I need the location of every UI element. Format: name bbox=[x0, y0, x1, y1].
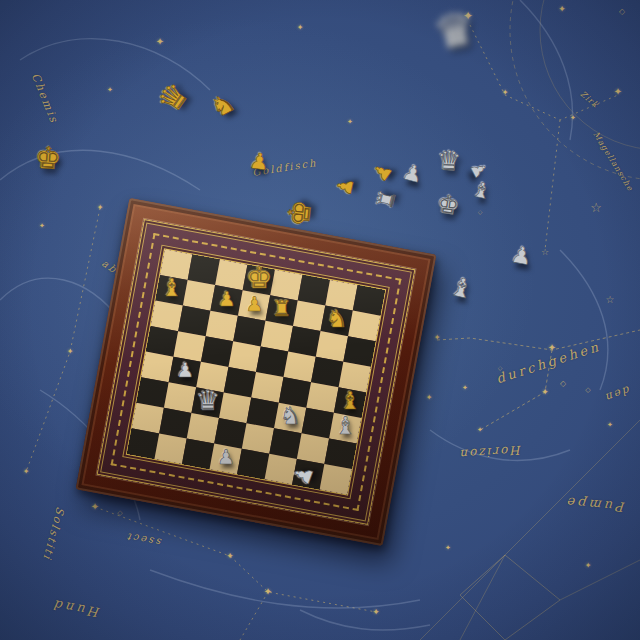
star-icon: ✦ bbox=[23, 468, 30, 476]
map-label-goldfisch: Goldfisch bbox=[252, 157, 319, 178]
star-icon: ✦ bbox=[39, 223, 45, 230]
star-icon: ✦ bbox=[347, 119, 353, 126]
photo-scene: GoldfischdurchgehenHorizondenPumpeHundSo… bbox=[0, 0, 640, 640]
map-label-horizon: Horizon bbox=[459, 443, 522, 461]
chessboard: ♚♝♟♟♜♞♝♟♛♞♝♟ bbox=[76, 198, 437, 546]
star-icon: ✦ bbox=[445, 545, 451, 552]
star-icon: ◇ bbox=[478, 209, 483, 215]
star-icon: ✦ bbox=[434, 334, 441, 342]
star-icon: ✦ bbox=[614, 87, 622, 97]
scattered-silver-pawn: ♟ bbox=[509, 243, 533, 269]
star-icon: ✦ bbox=[463, 10, 473, 22]
map-label-solstiti: Solstiti bbox=[40, 505, 67, 562]
star-icon: ☆ bbox=[606, 295, 615, 305]
scattered-silver-queen: ♛ bbox=[430, 4, 480, 58]
map-label-durchgehen: durchgehen bbox=[494, 339, 602, 387]
star-icon: ✦ bbox=[107, 87, 113, 94]
map-label-zirk: Zirk bbox=[579, 89, 601, 109]
star-icon: ✦ bbox=[226, 552, 234, 561]
scattered-gold-queen: ♛ bbox=[152, 77, 195, 119]
star-icon: ✦ bbox=[477, 427, 483, 434]
map-label-chemis: Chemis bbox=[29, 71, 61, 126]
square-h1 bbox=[320, 464, 352, 495]
star-icon: ☆ bbox=[590, 201, 602, 214]
scattered-silver-bishop: ♝ bbox=[470, 179, 493, 203]
star-icon: ✦ bbox=[264, 587, 272, 597]
map-label-pumpe: Pumpe bbox=[564, 494, 626, 514]
scattered-gold-pawn: ♟ bbox=[369, 159, 396, 185]
scattered-gold-pawn: ♟ bbox=[248, 150, 271, 175]
star-icon: ◇ bbox=[117, 510, 122, 517]
scattered-gold-king: ♚ bbox=[284, 198, 317, 228]
star-icon: ✦ bbox=[462, 385, 468, 392]
star-icon: ◇ bbox=[560, 380, 566, 388]
star-icon: ✦ bbox=[67, 348, 74, 356]
star-icon: ✦ bbox=[156, 37, 164, 47]
star-icon: ◇ bbox=[585, 387, 590, 394]
star-icon: ✦ bbox=[570, 115, 576, 122]
map-label-ssect: ssect bbox=[125, 531, 162, 548]
star-icon: ✦ bbox=[297, 24, 304, 32]
scattered-gold-pawn: ♟ bbox=[333, 176, 356, 198]
scattered-gold-king: ♚ bbox=[34, 143, 63, 175]
star-icon: ✦ bbox=[558, 5, 566, 14]
scattered-silver-pawn: ♟ bbox=[400, 161, 424, 187]
scattered-silver-queen: ♛ bbox=[436, 147, 462, 175]
scattered-silver-rook: ♜ bbox=[374, 187, 400, 211]
star-icon: ✦ bbox=[607, 422, 613, 429]
scattered-gold-knight: ♞ bbox=[206, 88, 239, 122]
star-icon: ✦ bbox=[502, 89, 509, 97]
star-icon: ◇ bbox=[619, 8, 625, 16]
star-icon: ◇ bbox=[498, 365, 503, 371]
star-icon: ✦ bbox=[97, 204, 104, 212]
scattered-silver-pawn: ♟ bbox=[467, 159, 490, 182]
board-grid: ♚♝♟♟♜♞♝♟♛♞♝♟ bbox=[127, 249, 385, 494]
star-icon: ✦ bbox=[548, 343, 556, 353]
scattered-silver-king: ♚ bbox=[435, 190, 462, 219]
star-icon: ✦ bbox=[585, 562, 592, 570]
map-label-den: den bbox=[603, 383, 632, 404]
star-icon: ✦ bbox=[372, 608, 380, 617]
star-icon: ✦ bbox=[426, 394, 433, 402]
map-label-magellansche: Magellansche bbox=[591, 130, 635, 193]
star-icon: ✦ bbox=[91, 502, 99, 512]
star-icon: ☆ bbox=[541, 248, 549, 257]
scattered-silver-bishop: ♝ bbox=[447, 272, 476, 303]
map-label-hund: Hund bbox=[51, 597, 101, 620]
star-icon: ✦ bbox=[541, 388, 549, 397]
